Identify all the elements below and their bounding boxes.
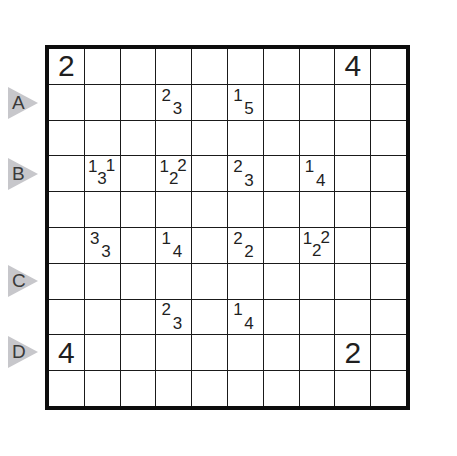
cell-r8c8[interactable] — [300, 300, 335, 335]
cell-r10c5[interactable] — [192, 371, 227, 406]
cell-r9c4[interactable] — [156, 335, 191, 370]
clue-digit: 1 — [233, 301, 242, 318]
cell-r1c7[interactable] — [264, 49, 299, 84]
clue-digit: 3 — [173, 100, 182, 117]
cell-r7c1[interactable] — [49, 264, 84, 299]
clue-digit: 1 — [305, 158, 314, 175]
cell-r8c1[interactable] — [49, 300, 84, 335]
cell-r6c5[interactable] — [192, 228, 227, 263]
cell-r5c3[interactable] — [121, 192, 156, 227]
cell-r2c7[interactable] — [264, 85, 299, 120]
row-marker-label: A — [12, 92, 25, 114]
clue-digit: 2 — [162, 301, 171, 318]
clue-digit: 2 — [244, 243, 253, 260]
cell-r4c7[interactable] — [264, 156, 299, 191]
cell-r9c8[interactable] — [300, 335, 335, 370]
row-marker-label: C — [12, 270, 26, 292]
cell-r7c9[interactable] — [335, 264, 370, 299]
clue-cell-r6c8: 122 — [300, 228, 335, 263]
clue-cell-r6c4: 14 — [156, 228, 191, 263]
cell-r5c4[interactable] — [156, 192, 191, 227]
cell-r7c4[interactable] — [156, 264, 191, 299]
clue-cell-r8c4: 23 — [156, 300, 191, 335]
clue-digit: 4 — [335, 49, 370, 84]
cell-r2c5[interactable] — [192, 85, 227, 120]
tapa-board: 2423151131222314331422122231442 — [45, 45, 410, 410]
clue-digit: 1 — [88, 158, 97, 175]
cell-r1c3[interactable] — [121, 49, 156, 84]
puzzle-grid: 2423151131222314331422122231442 — [49, 49, 406, 406]
cell-r5c10[interactable] — [371, 192, 406, 227]
cell-r4c3[interactable] — [121, 156, 156, 191]
cell-r2c2[interactable] — [85, 85, 120, 120]
clue-digit: 2 — [169, 170, 178, 187]
cell-r3c4[interactable] — [156, 121, 191, 156]
clue-digit: 3 — [173, 315, 182, 332]
clue-digit: 5 — [244, 100, 253, 117]
cell-r1c8[interactable] — [300, 49, 335, 84]
cell-r2c1[interactable] — [49, 85, 84, 120]
cell-r6c3[interactable] — [121, 228, 156, 263]
cell-r10c1[interactable] — [49, 371, 84, 406]
clue-digit: 1 — [106, 157, 115, 174]
clue-digit: 2 — [320, 229, 329, 246]
clue-cell-r6c6: 22 — [228, 228, 263, 263]
clue-cell-r6c2: 33 — [85, 228, 120, 263]
row-marker-label: B — [12, 163, 25, 185]
clue-digit: 4 — [244, 315, 253, 332]
cell-r6c10[interactable] — [371, 228, 406, 263]
clue-digit: 1 — [162, 230, 171, 247]
clue-cell-r2c4: 23 — [156, 85, 191, 120]
clue-cell-r4c2: 113 — [85, 156, 120, 191]
clue-cell-r8c6: 14 — [228, 300, 263, 335]
cell-r10c8[interactable] — [300, 371, 335, 406]
cell-r9c3[interactable] — [121, 335, 156, 370]
clue-digit: 2 — [49, 49, 84, 84]
cell-r10c2[interactable] — [85, 371, 120, 406]
cell-r8c5[interactable] — [192, 300, 227, 335]
row-marker-C: C — [8, 265, 39, 297]
cell-r3c5[interactable] — [192, 121, 227, 156]
cell-r3c2[interactable] — [85, 121, 120, 156]
cell-r10c4[interactable] — [156, 371, 191, 406]
clue-digit: 2 — [312, 242, 321, 259]
clue-digit: 4 — [49, 335, 84, 370]
cell-r1c6[interactable] — [228, 49, 263, 84]
clue-cell-r4c6: 23 — [228, 156, 263, 191]
cell-r3c8[interactable] — [300, 121, 335, 156]
cell-r2c9[interactable] — [335, 85, 370, 120]
cell-r7c7[interactable] — [264, 264, 299, 299]
cell-r3c3[interactable] — [121, 121, 156, 156]
cell-r6c9[interactable] — [335, 228, 370, 263]
cell-r4c9[interactable] — [335, 156, 370, 191]
cell-r10c7[interactable] — [264, 371, 299, 406]
clue-cell-r9c9: 2 — [335, 335, 370, 370]
page: ABCD 2423151131222314331422122231442 — [0, 0, 457, 456]
cell-r2c8[interactable] — [300, 85, 335, 120]
row-marker-B: B — [8, 158, 39, 190]
clue-digit: 4 — [173, 243, 182, 260]
cell-r2c3[interactable] — [121, 85, 156, 120]
cell-r4c5[interactable] — [192, 156, 227, 191]
clue-digit: 2 — [177, 157, 186, 174]
cell-r8c7[interactable] — [264, 300, 299, 335]
cell-r5c1[interactable] — [49, 192, 84, 227]
cell-r9c6[interactable] — [228, 335, 263, 370]
cell-r7c3[interactable] — [121, 264, 156, 299]
row-marker-label: D — [12, 341, 26, 363]
cell-r8c10[interactable] — [371, 300, 406, 335]
cell-r10c9[interactable] — [335, 371, 370, 406]
clue-digit: 2 — [162, 87, 171, 104]
clue-digit: 2 — [233, 158, 242, 175]
clue-cell-r1c1: 2 — [49, 49, 84, 84]
cell-r8c2[interactable] — [85, 300, 120, 335]
cell-r9c5[interactable] — [192, 335, 227, 370]
clue-cell-r4c4: 122 — [156, 156, 191, 191]
cell-r9c7[interactable] — [264, 335, 299, 370]
clue-digit: 2 — [335, 335, 370, 370]
clue-digit: 3 — [90, 230, 99, 247]
cell-r5c6[interactable] — [228, 192, 263, 227]
clue-digit: 3 — [101, 243, 110, 260]
cell-r1c10[interactable] — [371, 49, 406, 84]
cell-r9c10[interactable] — [371, 335, 406, 370]
cell-r8c3[interactable] — [121, 300, 156, 335]
cell-r10c10[interactable] — [371, 371, 406, 406]
cell-r7c10[interactable] — [371, 264, 406, 299]
row-marker-A: A — [8, 87, 39, 119]
clue-cell-r9c1: 4 — [49, 335, 84, 370]
cell-r3c6[interactable] — [228, 121, 263, 156]
cell-r3c9[interactable] — [335, 121, 370, 156]
clue-digit: 3 — [244, 172, 253, 189]
cell-r2c10[interactable] — [371, 85, 406, 120]
clue-cell-r4c8: 14 — [300, 156, 335, 191]
cell-r3c7[interactable] — [264, 121, 299, 156]
clue-digit: 1 — [303, 230, 312, 247]
clue-cell-r1c9: 4 — [335, 49, 370, 84]
cell-r7c6[interactable] — [228, 264, 263, 299]
cell-r8c9[interactable] — [335, 300, 370, 335]
clue-digit: 3 — [97, 170, 106, 187]
clue-digit: 1 — [160, 158, 169, 175]
cell-r1c5[interactable] — [192, 49, 227, 84]
cell-r9c2[interactable] — [85, 335, 120, 370]
cell-r5c2[interactable] — [85, 192, 120, 227]
cell-r10c3[interactable] — [121, 371, 156, 406]
cell-r5c8[interactable] — [300, 192, 335, 227]
clue-digit: 1 — [233, 87, 242, 104]
cell-r7c2[interactable] — [85, 264, 120, 299]
cell-r7c8[interactable] — [300, 264, 335, 299]
cell-r4c1[interactable] — [49, 156, 84, 191]
clue-cell-r2c6: 15 — [228, 85, 263, 120]
cell-r5c9[interactable] — [335, 192, 370, 227]
clue-digit: 2 — [233, 230, 242, 247]
cell-r6c7[interactable] — [264, 228, 299, 263]
cell-r6c1[interactable] — [49, 228, 84, 263]
cell-r3c10[interactable] — [371, 121, 406, 156]
clue-digit: 4 — [316, 172, 325, 189]
row-marker-D: D — [8, 336, 39, 368]
cell-r7c5[interactable] — [192, 264, 227, 299]
cell-r3c1[interactable] — [49, 121, 84, 156]
cell-r5c7[interactable] — [264, 192, 299, 227]
cell-r10c6[interactable] — [228, 371, 263, 406]
cell-r4c10[interactable] — [371, 156, 406, 191]
cell-r1c2[interactable] — [85, 49, 120, 84]
cell-r1c4[interactable] — [156, 49, 191, 84]
cell-r5c5[interactable] — [192, 192, 227, 227]
